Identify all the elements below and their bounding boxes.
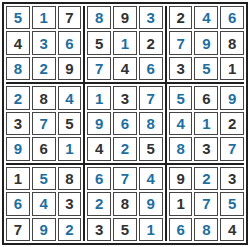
- cell-r7c7[interactable]: 9: [169, 167, 193, 190]
- cell-r4c4[interactable]: 1: [87, 86, 111, 109]
- box-divider-vertical-1: [83, 6, 85, 241]
- cell-r3c7[interactable]: 3: [169, 57, 193, 80]
- cell-r9c7[interactable]: 6: [169, 218, 193, 241]
- cell-r8c1[interactable]: 6: [6, 192, 30, 215]
- cell-r3c5[interactable]: 4: [113, 57, 137, 80]
- cell-r4c8[interactable]: 6: [194, 86, 218, 109]
- cell-r9c8[interactable]: 8: [194, 218, 218, 241]
- cell-r7c6[interactable]: 4: [139, 167, 163, 190]
- box-divider-horizontal-2: [6, 163, 244, 165]
- cell-r5c4[interactable]: 9: [87, 112, 111, 135]
- cell-r9c2[interactable]: 9: [32, 218, 56, 241]
- cell-r3c1[interactable]: 8: [6, 57, 30, 80]
- cell-r9c1[interactable]: 7: [6, 218, 30, 241]
- cell-r4c5[interactable]: 3: [113, 86, 137, 109]
- cell-r3c8[interactable]: 5: [194, 57, 218, 80]
- cell-r7c8[interactable]: 2: [194, 167, 218, 190]
- box-divider-vertical-2: [165, 6, 167, 241]
- sudoku-board: 5178932464365127988297463512841375693759…: [2, 2, 248, 245]
- cell-r8c5[interactable]: 8: [113, 192, 137, 215]
- cell-r4c2[interactable]: 8: [32, 86, 56, 109]
- cell-r1c2[interactable]: 1: [32, 6, 56, 29]
- cell-r5c1[interactable]: 3: [6, 112, 30, 135]
- cell-r6c5[interactable]: 2: [113, 137, 137, 160]
- cell-r8c4[interactable]: 2: [87, 192, 111, 215]
- cell-r7c2[interactable]: 5: [32, 167, 56, 190]
- cell-r2c9[interactable]: 8: [220, 31, 244, 54]
- cell-r9c3[interactable]: 2: [58, 218, 82, 241]
- cell-r4c3[interactable]: 4: [58, 86, 82, 109]
- cell-r9c4[interactable]: 3: [87, 218, 111, 241]
- cell-r1c4[interactable]: 8: [87, 6, 111, 29]
- cell-r3c9[interactable]: 1: [220, 57, 244, 80]
- cell-r6c6[interactable]: 5: [139, 137, 163, 160]
- cell-r5c3[interactable]: 5: [58, 112, 82, 135]
- cell-r8c6[interactable]: 9: [139, 192, 163, 215]
- cell-r3c4[interactable]: 7: [87, 57, 111, 80]
- cell-r7c3[interactable]: 8: [58, 167, 82, 190]
- cell-r2c6[interactable]: 2: [139, 31, 163, 54]
- cell-r8c7[interactable]: 1: [169, 192, 193, 215]
- cell-r4c7[interactable]: 5: [169, 86, 193, 109]
- cell-r5c9[interactable]: 2: [220, 112, 244, 135]
- cell-r1c5[interactable]: 9: [113, 6, 137, 29]
- cell-r8c3[interactable]: 3: [58, 192, 82, 215]
- cell-r1c7[interactable]: 2: [169, 6, 193, 29]
- cell-r2c3[interactable]: 6: [58, 31, 82, 54]
- cell-r5c6[interactable]: 8: [139, 112, 163, 135]
- cell-r8c2[interactable]: 4: [32, 192, 56, 215]
- cell-r7c9[interactable]: 3: [220, 167, 244, 190]
- cell-r6c1[interactable]: 9: [6, 137, 30, 160]
- cell-r9c6[interactable]: 1: [139, 218, 163, 241]
- cell-r2c7[interactable]: 7: [169, 31, 193, 54]
- cell-r7c5[interactable]: 7: [113, 167, 137, 190]
- cell-r6c4[interactable]: 4: [87, 137, 111, 160]
- cell-r5c5[interactable]: 6: [113, 112, 137, 135]
- cell-r9c5[interactable]: 5: [113, 218, 137, 241]
- cell-r1c3[interactable]: 7: [58, 6, 82, 29]
- cell-r1c6[interactable]: 3: [139, 6, 163, 29]
- cell-r4c6[interactable]: 7: [139, 86, 163, 109]
- cell-r3c6[interactable]: 6: [139, 57, 163, 80]
- cell-r6c8[interactable]: 3: [194, 137, 218, 160]
- cell-r1c8[interactable]: 4: [194, 6, 218, 29]
- cell-r5c2[interactable]: 7: [32, 112, 56, 135]
- cell-r6c3[interactable]: 1: [58, 137, 82, 160]
- cell-r5c7[interactable]: 4: [169, 112, 193, 135]
- cell-r2c1[interactable]: 4: [6, 31, 30, 54]
- cell-r6c9[interactable]: 7: [220, 137, 244, 160]
- cell-r7c4[interactable]: 6: [87, 167, 111, 190]
- cell-r3c3[interactable]: 9: [58, 57, 82, 80]
- cell-r8c8[interactable]: 7: [194, 192, 218, 215]
- cell-r2c4[interactable]: 5: [87, 31, 111, 54]
- cell-r5c8[interactable]: 1: [194, 112, 218, 135]
- cell-r2c8[interactable]: 9: [194, 31, 218, 54]
- cell-r2c2[interactable]: 3: [32, 31, 56, 54]
- cell-r6c2[interactable]: 6: [32, 137, 56, 160]
- cell-r3c2[interactable]: 2: [32, 57, 56, 80]
- cell-r2c5[interactable]: 1: [113, 31, 137, 54]
- cell-r1c1[interactable]: 5: [6, 6, 30, 29]
- box-divider-horizontal-1: [6, 82, 244, 84]
- cell-r4c9[interactable]: 9: [220, 86, 244, 109]
- cell-r9c9[interactable]: 4: [220, 218, 244, 241]
- cell-r4c1[interactable]: 2: [6, 86, 30, 109]
- cell-r6c7[interactable]: 8: [169, 137, 193, 160]
- cell-r1c9[interactable]: 6: [220, 6, 244, 29]
- cell-r8c9[interactable]: 5: [220, 192, 244, 215]
- cell-r7c1[interactable]: 1: [6, 167, 30, 190]
